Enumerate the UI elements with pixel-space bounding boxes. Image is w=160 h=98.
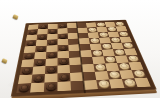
dark-piece[interactable]	[46, 66, 56, 73]
dark-piece[interactable]	[59, 45, 68, 50]
square-10-10[interactable]	[134, 78, 150, 88]
light-piece[interactable]	[105, 57, 116, 63]
dark-piece[interactable]	[28, 30, 37, 34]
dark-piece[interactable]	[18, 84, 30, 92]
light-piece[interactable]	[109, 71, 121, 78]
brass-hinge-icon	[1, 58, 7, 64]
square-10-2[interactable]	[30, 83, 44, 93]
dark-piece[interactable]	[45, 83, 56, 91]
dark-piece[interactable]	[36, 46, 45, 51]
dark-piece[interactable]	[59, 74, 69, 81]
light-piece[interactable]	[88, 28, 97, 32]
dark-piece[interactable]	[48, 40, 57, 45]
product-photo-scene	[0, 0, 160, 98]
dark-piece[interactable]	[59, 58, 68, 64]
light-piece[interactable]	[128, 56, 139, 62]
light-piece[interactable]	[119, 32, 128, 37]
dark-piece[interactable]	[21, 67, 32, 74]
dark-piece[interactable]	[59, 34, 67, 39]
light-piece[interactable]	[133, 70, 145, 77]
light-piece[interactable]	[92, 50, 102, 56]
light-piece[interactable]	[123, 43, 133, 48]
dark-piece[interactable]	[38, 35, 47, 40]
light-piece[interactable]	[95, 64, 106, 70]
dark-piece[interactable]	[47, 52, 56, 58]
light-piece[interactable]	[107, 27, 116, 31]
light-piece[interactable]	[90, 38, 99, 43]
light-piece[interactable]	[114, 49, 124, 55]
dark-piece[interactable]	[35, 59, 45, 65]
light-piece[interactable]	[123, 79, 135, 87]
dark-piece[interactable]	[49, 29, 57, 33]
square-10-3[interactable]	[44, 82, 58, 92]
light-piece[interactable]	[99, 32, 108, 37]
dark-piece[interactable]	[33, 75, 44, 82]
checkers-board	[11, 20, 157, 97]
dark-piece[interactable]	[26, 41, 35, 46]
square-10-4[interactable]	[57, 81, 71, 91]
light-piece[interactable]	[118, 63, 129, 69]
light-piece[interactable]	[98, 80, 110, 88]
brass-hinge-icon	[12, 14, 18, 20]
dark-piece[interactable]	[24, 53, 34, 59]
light-piece[interactable]	[102, 44, 112, 49]
square-10-1[interactable]	[16, 83, 31, 93]
board-frame	[11, 20, 157, 97]
light-piece[interactable]	[111, 38, 121, 43]
